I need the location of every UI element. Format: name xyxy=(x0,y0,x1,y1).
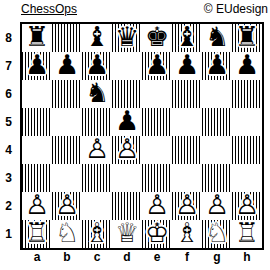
square-h7[interactable]: ♟ xyxy=(232,52,262,80)
file-label-h: h xyxy=(232,250,262,264)
rank-label-5: 5 xyxy=(0,108,17,136)
square-c4[interactable]: ♟♙ xyxy=(82,136,112,164)
white-pawn[interactable]: ♟♙ xyxy=(82,136,112,164)
square-d4[interactable]: ♟♙ xyxy=(112,136,142,164)
square-a5[interactable] xyxy=(22,108,52,136)
piece-glyph: ♞ xyxy=(205,23,229,50)
piece-glyph: ♚ xyxy=(145,23,169,50)
black-pawn[interactable]: ♟ xyxy=(52,52,82,80)
piece-outline-layer: ♗ xyxy=(175,219,199,246)
rank-label-2: 2 xyxy=(0,192,17,220)
square-h6[interactable] xyxy=(232,80,262,108)
piece-glyph: ♝ xyxy=(175,23,199,50)
rank-label-6: 6 xyxy=(0,80,17,108)
piece-glyph: ♟ xyxy=(235,51,259,78)
square-e6[interactable] xyxy=(142,80,172,108)
square-c7[interactable]: ♟ xyxy=(82,52,112,80)
piece-outline-layer: ♙ xyxy=(175,191,199,218)
black-king[interactable]: ♚ xyxy=(142,24,172,52)
piece-glyph: ♟ xyxy=(175,51,199,78)
black-pawn[interactable]: ♟ xyxy=(172,52,202,80)
piece-glyph: ♟ xyxy=(115,107,139,134)
rank-label-3: 3 xyxy=(0,164,17,192)
piece-outline-layer: ♙ xyxy=(25,191,49,218)
black-bishop[interactable]: ♝ xyxy=(82,24,112,52)
square-g2[interactable]: ♟♙ xyxy=(202,192,232,220)
piece-glyph: ♟ xyxy=(25,51,49,78)
piece-outline-layer: ♙ xyxy=(235,191,259,218)
square-e7[interactable]: ♟ xyxy=(142,52,172,80)
piece-outline-layer: ♘ xyxy=(205,219,229,246)
square-b1[interactable]: ♞♘ xyxy=(52,220,82,248)
square-d3[interactable] xyxy=(112,164,142,192)
square-e8[interactable]: ♚ xyxy=(142,24,172,52)
black-pawn[interactable]: ♟ xyxy=(232,52,262,80)
square-b8[interactable] xyxy=(52,24,82,52)
black-pawn[interactable]: ♟ xyxy=(82,52,112,80)
square-f4[interactable] xyxy=(172,136,202,164)
black-pawn[interactable]: ♟ xyxy=(202,52,232,80)
white-knight[interactable]: ♞♘ xyxy=(52,220,82,248)
black-bishop[interactable]: ♝ xyxy=(172,24,202,52)
piece-outline-layer: ♙ xyxy=(205,191,229,218)
white-rook[interactable]: ♜♖ xyxy=(22,220,52,248)
white-pawn[interactable]: ♟♙ xyxy=(232,192,262,220)
square-a4[interactable] xyxy=(22,136,52,164)
white-pawn[interactable]: ♟♙ xyxy=(22,192,52,220)
white-bishop[interactable]: ♝♗ xyxy=(82,220,112,248)
piece-outline-layer: ♘ xyxy=(55,219,79,246)
square-b4[interactable] xyxy=(52,136,82,164)
chessops-link[interactable]: ChessOps xyxy=(21,2,77,16)
white-rook[interactable]: ♜♖ xyxy=(232,220,262,248)
piece-glyph: ♟ xyxy=(55,51,79,78)
rank-label-4: 4 xyxy=(0,136,17,164)
black-knight[interactable]: ♞ xyxy=(202,24,232,52)
square-f1[interactable]: ♝♗ xyxy=(172,220,202,248)
square-c8[interactable]: ♝ xyxy=(82,24,112,52)
square-g8[interactable]: ♞ xyxy=(202,24,232,52)
square-h2[interactable]: ♟♙ xyxy=(232,192,262,220)
square-f6[interactable] xyxy=(172,80,202,108)
white-bishop[interactable]: ♝♗ xyxy=(172,220,202,248)
square-g5[interactable] xyxy=(202,108,232,136)
white-queen[interactable]: ♛♕ xyxy=(112,220,142,248)
piece-outline-layer: ♙ xyxy=(55,191,79,218)
square-d2[interactable] xyxy=(112,192,142,220)
white-king[interactable]: ♚♔ xyxy=(142,220,172,248)
rank-label-1: 1 xyxy=(0,220,17,248)
square-d6[interactable] xyxy=(112,80,142,108)
piece-glyph: ♞ xyxy=(85,79,109,106)
square-h8[interactable]: ♜ xyxy=(232,24,262,52)
file-label-b: b xyxy=(52,250,82,264)
piece-glyph: ♟ xyxy=(85,51,109,78)
piece-glyph: ♟ xyxy=(205,51,229,78)
square-g1[interactable]: ♞♘ xyxy=(202,220,232,248)
black-rook[interactable]: ♜ xyxy=(22,24,52,52)
square-a1[interactable]: ♜♖ xyxy=(22,220,52,248)
file-label-e: e xyxy=(142,250,172,264)
square-d1[interactable]: ♛♕ xyxy=(112,220,142,248)
white-knight[interactable]: ♞♘ xyxy=(202,220,232,248)
piece-outline-layer: ♔ xyxy=(145,219,169,246)
square-a7[interactable]: ♟ xyxy=(22,52,52,80)
piece-glyph: ♛ xyxy=(115,23,139,50)
white-pawn[interactable]: ♟♙ xyxy=(142,192,172,220)
square-b3[interactable] xyxy=(52,164,82,192)
white-pawn[interactable]: ♟♙ xyxy=(202,192,232,220)
piece-outline-layer: ♗ xyxy=(85,219,109,246)
piece-outline-layer: ♙ xyxy=(85,135,109,162)
square-b2[interactable]: ♟♙ xyxy=(52,192,82,220)
square-a2[interactable]: ♟♙ xyxy=(22,192,52,220)
square-g4[interactable] xyxy=(202,136,232,164)
square-c2[interactable] xyxy=(82,192,112,220)
black-pawn[interactable]: ♟ xyxy=(112,108,142,136)
black-pawn[interactable]: ♟ xyxy=(142,52,172,80)
black-rook[interactable]: ♜ xyxy=(232,24,262,52)
piece-glyph: ♜ xyxy=(235,23,259,50)
rank-label-8: 8 xyxy=(0,24,17,52)
square-g6[interactable] xyxy=(202,80,232,108)
piece-outline-layer: ♕ xyxy=(115,219,139,246)
square-c3[interactable] xyxy=(82,164,112,192)
square-b6[interactable] xyxy=(52,80,82,108)
square-h5[interactable] xyxy=(232,108,262,136)
piece-outline-layer: ♙ xyxy=(145,191,169,218)
file-label-c: c xyxy=(82,250,112,264)
square-e1[interactable]: ♚♔ xyxy=(142,220,172,248)
credit-text: © EUdesign xyxy=(204,2,268,16)
file-label-g: g xyxy=(202,250,232,264)
chess-board: ♜♝♛♚♝♞♜♟♟♟♟♟♟♟♞♟♟♙♟♙♟♙♟♙♟♙♟♙♟♙♟♙♜♖♞♘♝♗♛♕… xyxy=(20,22,264,250)
square-f7[interactable]: ♟ xyxy=(172,52,202,80)
square-a3[interactable] xyxy=(22,164,52,192)
piece-outline-layer: ♙ xyxy=(115,135,139,162)
square-h4[interactable] xyxy=(232,136,262,164)
rank-label-7: 7 xyxy=(0,52,17,80)
black-knight[interactable]: ♞ xyxy=(82,80,112,108)
square-e3[interactable] xyxy=(142,164,172,192)
square-e2[interactable]: ♟♙ xyxy=(142,192,172,220)
square-g3[interactable] xyxy=(202,164,232,192)
file-label-f: f xyxy=(172,250,202,264)
square-f5[interactable] xyxy=(172,108,202,136)
square-a6[interactable] xyxy=(22,80,52,108)
piece-glyph: ♟ xyxy=(145,51,169,78)
white-pawn[interactable]: ♟♙ xyxy=(172,192,202,220)
square-f2[interactable]: ♟♙ xyxy=(172,192,202,220)
piece-glyph: ♜ xyxy=(25,23,49,50)
square-g7[interactable]: ♟ xyxy=(202,52,232,80)
square-d7[interactable] xyxy=(112,52,142,80)
square-c5[interactable] xyxy=(82,108,112,136)
square-b7[interactable]: ♟ xyxy=(52,52,82,80)
square-a8[interactable]: ♜ xyxy=(22,24,52,52)
square-h1[interactable]: ♜♖ xyxy=(232,220,262,248)
square-d5[interactable]: ♟ xyxy=(112,108,142,136)
square-h3[interactable] xyxy=(232,164,262,192)
white-pawn[interactable]: ♟♙ xyxy=(52,192,82,220)
square-c6[interactable]: ♞ xyxy=(82,80,112,108)
piece-outline-layer: ♖ xyxy=(235,219,259,246)
square-e5[interactable] xyxy=(142,108,172,136)
square-e4[interactable] xyxy=(142,136,172,164)
square-c1[interactable]: ♝♗ xyxy=(82,220,112,248)
file-label-a: a xyxy=(22,250,52,264)
black-pawn[interactable]: ♟ xyxy=(22,52,52,80)
file-label-d: d xyxy=(112,250,142,264)
piece-outline-layer: ♖ xyxy=(25,219,49,246)
piece-glyph: ♝ xyxy=(85,23,109,50)
square-b5[interactable] xyxy=(52,108,82,136)
square-d8[interactable]: ♛ xyxy=(112,24,142,52)
white-pawn[interactable]: ♟♙ xyxy=(112,136,142,164)
square-f3[interactable] xyxy=(172,164,202,192)
chess-diagram-page: ChessOps © EUdesign 87654321 ♜♝♛♚♝♞♜♟♟♟♟… xyxy=(0,0,270,270)
black-queen[interactable]: ♛ xyxy=(112,24,142,52)
square-f8[interactable]: ♝ xyxy=(172,24,202,52)
